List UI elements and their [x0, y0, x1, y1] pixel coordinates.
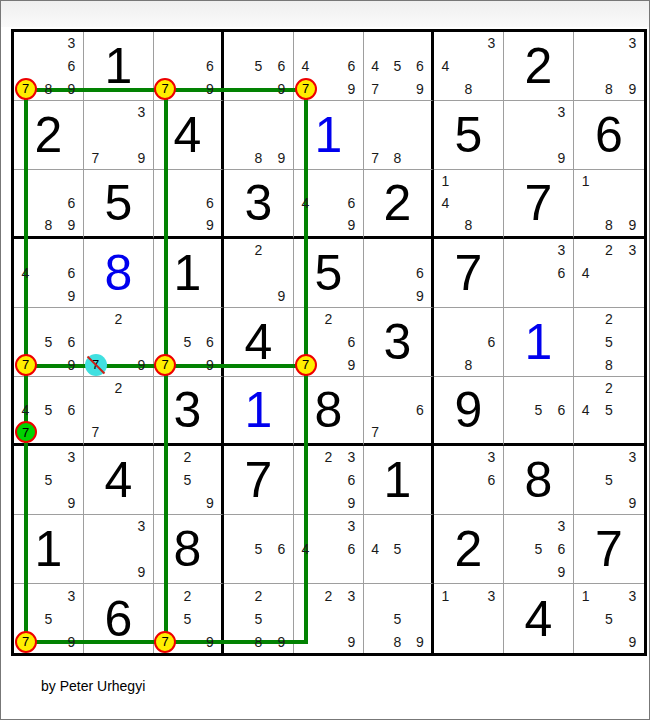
pencil-slot-empty — [270, 607, 293, 630]
candidate-digit: 6 — [550, 399, 573, 421]
cell-r4c8[interactable]: 36 — [504, 239, 574, 308]
pencil-slot-empty — [621, 353, 644, 376]
cell-r6c5[interactable]: 8 — [294, 377, 364, 446]
candidate-digit: 5 — [176, 469, 198, 492]
solved-digit: 8 — [504, 446, 573, 514]
pencilmark-grid: 69 — [364, 239, 431, 307]
cell-r2c1[interactable]: 2 — [14, 101, 84, 170]
pencil-slot-empty — [504, 421, 527, 443]
cell-r6c7[interactable]: 9 — [434, 377, 504, 446]
cell-r3c2[interactable]: 5 — [84, 170, 154, 239]
chain-node-r5c5: 7 — [295, 354, 317, 376]
solved-digit: 1 — [364, 446, 431, 514]
pencil-slot-empty — [480, 353, 503, 376]
pencilmark-grid: 469 — [294, 170, 363, 236]
pencil-slot-empty — [107, 331, 130, 354]
pencil-slot-empty — [457, 491, 480, 514]
pencil-slot-empty — [224, 630, 247, 653]
cell-r2c6[interactable]: 78 — [364, 101, 434, 170]
candidate-digit: 9 — [130, 353, 153, 376]
cell-r5c8[interactable]: 1 — [504, 308, 574, 377]
pencil-slot-empty — [176, 170, 198, 192]
candidate-digit: 9 — [270, 77, 293, 100]
pencil-slot-empty — [550, 421, 573, 443]
candidate-digit: 2 — [176, 584, 198, 607]
pencil-slot-empty — [364, 377, 386, 399]
candidate-digit: 9 — [409, 284, 431, 307]
pencil-slot-empty — [574, 308, 597, 331]
pencil-slot-empty — [457, 630, 480, 653]
pencilmark-grid: 2679 — [294, 308, 363, 376]
cell-r9c5[interactable]: 239 — [294, 584, 364, 653]
chain-node-r6c1: 7 — [15, 421, 37, 443]
pencilmark-grid: 36 — [434, 446, 503, 514]
pencil-slot-empty — [107, 146, 130, 169]
cell-r3c1[interactable]: 689 — [14, 170, 84, 239]
cell-r8c3[interactable]: 8 — [154, 515, 224, 584]
candidate-digit: 3 — [130, 515, 153, 538]
cell-r1c4[interactable]: 569 — [224, 32, 294, 101]
pencil-slot-empty — [176, 32, 198, 55]
cell-r1c3[interactable]: 679 — [154, 32, 224, 101]
cell-r6c8[interactable]: 56 — [504, 377, 574, 446]
candidate-digit: 4 — [434, 55, 457, 78]
candidate-digit: 5 — [597, 399, 620, 421]
pencil-slot-empty — [154, 446, 176, 469]
pencil-slot-empty — [527, 262, 550, 285]
cell-r1c5[interactable]: 4679 — [294, 32, 364, 101]
candidate-digit: 9 — [130, 146, 153, 169]
pencil-slot-empty — [14, 377, 37, 399]
cell-r1c6[interactable]: 45679 — [364, 32, 434, 101]
pencil-slot-empty — [317, 353, 340, 376]
candidate-digit: 9 — [199, 630, 221, 653]
cell-r3c9[interactable]: 189 — [574, 170, 644, 239]
pencil-slot-empty — [504, 538, 527, 561]
candidate-digit: 8 — [247, 146, 270, 169]
cell-r5c7[interactable]: 68 — [434, 308, 504, 377]
cell-r4c1[interactable]: 469 — [14, 239, 84, 308]
cell-r1c7[interactable]: 348 — [434, 32, 504, 101]
pencil-slot-empty — [247, 284, 270, 307]
cell-r4c6[interactable]: 69 — [364, 239, 434, 308]
cell-r6c4[interactable]: 1 — [224, 377, 294, 446]
candidate-digit: 4 — [364, 55, 386, 78]
cell-r8c5[interactable]: 346 — [294, 515, 364, 584]
cell-r5c5[interactable]: 2679 — [294, 308, 364, 377]
candidate-digit: 3 — [480, 446, 503, 469]
pencil-slot-empty — [574, 284, 597, 307]
pencil-slot-empty — [294, 308, 317, 331]
pencil-slot-empty — [130, 538, 153, 561]
pencil-slot-empty — [107, 538, 130, 561]
candidate-digit: 7 — [84, 421, 107, 443]
pencil-slot-empty — [107, 515, 130, 538]
cell-r5c1[interactable]: 5679 — [14, 308, 84, 377]
cell-r5c3[interactable]: 5679 — [154, 308, 224, 377]
pencil-slot-empty — [294, 32, 317, 55]
candidate-digit: 6 — [270, 538, 293, 561]
pencilmark-grid: 569 — [224, 32, 293, 100]
candidate-digit: 2 — [107, 377, 130, 399]
pencil-slot-empty — [504, 515, 527, 538]
pencilmark-grid: 68 — [434, 308, 503, 376]
cell-r6c9[interactable]: 245 — [574, 377, 644, 446]
pencil-slot-7: 7 — [14, 630, 37, 653]
cell-r8c9[interactable]: 7 — [574, 515, 644, 584]
cell-r4c2[interactable]: 8 — [84, 239, 154, 308]
pencil-slot-empty — [199, 170, 221, 192]
pencil-slot-empty — [504, 239, 527, 262]
candidate-digit: 5 — [247, 55, 270, 78]
pencil-slot-empty — [597, 170, 620, 192]
cell-r9c2[interactable]: 6 — [84, 584, 154, 653]
pencilmark-grid: 234 — [574, 239, 644, 307]
pencilmark-grid: 5679 — [14, 308, 83, 376]
cell-r7c8[interactable]: 8 — [504, 446, 574, 515]
pencil-slot-empty — [317, 630, 340, 653]
pencil-slot-empty — [154, 55, 176, 78]
pencil-slot-empty — [176, 214, 198, 236]
cell-r4c3[interactable]: 1 — [154, 239, 224, 308]
pencil-slot-empty — [457, 32, 480, 55]
pencilmark-grid: 379 — [84, 101, 153, 169]
cell-r7c7[interactable]: 36 — [434, 446, 504, 515]
pencil-slot-empty — [550, 377, 573, 399]
solved-digit: 7 — [224, 446, 293, 514]
candidate-digit: 2 — [597, 239, 620, 262]
pencil-slot-empty — [409, 560, 431, 583]
pencil-slot-empty — [364, 124, 386, 147]
cell-r1c8[interactable]: 2 — [504, 32, 574, 101]
pencil-slot-empty — [130, 331, 153, 354]
candidate-digit: 9 — [621, 630, 644, 653]
candidate-digit: 2 — [247, 584, 270, 607]
pencil-slot-empty — [621, 262, 644, 285]
candidate-digit: 9 — [409, 630, 431, 653]
pencilmark-grid: 1359 — [574, 584, 644, 653]
pencilmark-grid: 258 — [574, 308, 644, 376]
author-caption: by Peter Urhegyi — [41, 678, 145, 694]
candidate-digit: 5 — [37, 607, 60, 630]
solved-digit: 1 — [294, 101, 363, 169]
candidate-digit: 8 — [457, 214, 480, 236]
cell-r4c4[interactable]: 29 — [224, 239, 294, 308]
cell-r8c1[interactable]: 1 — [14, 515, 84, 584]
cell-r4c5[interactable]: 5 — [294, 239, 364, 308]
pencilmark-grid: 389 — [574, 32, 644, 100]
pencil-slot-empty — [60, 170, 83, 192]
pencil-slot-empty — [224, 560, 247, 583]
pencil-slot-empty — [317, 560, 340, 583]
candidate-digit: 6 — [550, 538, 573, 561]
pencil-slot-empty — [294, 515, 317, 538]
candidate-digit: 5 — [386, 607, 408, 630]
candidate-digit: 9 — [60, 491, 83, 514]
pencil-slot-empty — [247, 77, 270, 100]
pencil-slot-empty — [527, 421, 550, 443]
cell-r8c4[interactable]: 56 — [224, 515, 294, 584]
pencil-slot-empty — [457, 446, 480, 469]
cell-r8c2[interactable]: 39 — [84, 515, 154, 584]
pencil-slot-empty — [480, 55, 503, 78]
pencilmark-grid: 5679 — [154, 308, 221, 376]
solved-digit: 1 — [504, 308, 573, 376]
pencil-slot-empty — [550, 124, 573, 147]
pencil-slot-empty — [14, 32, 37, 55]
candidate-digit: 1 — [434, 584, 457, 607]
candidate-digit: 1 — [574, 584, 597, 607]
cell-r2c5[interactable]: 1 — [294, 101, 364, 170]
pencil-slot-empty — [621, 421, 644, 443]
cell-r7c4[interactable]: 7 — [224, 446, 294, 515]
candidate-digit: 7 — [364, 77, 386, 100]
solved-digit: 8 — [84, 239, 153, 307]
pencil-slot-empty — [224, 284, 247, 307]
candidate-digit: 3 — [130, 101, 153, 124]
pencil-slot-empty — [364, 284, 386, 307]
cell-r9c9[interactable]: 1359 — [574, 584, 644, 653]
pencil-slot-7: 7 — [154, 353, 176, 376]
pencil-slot-7: 7 — [154, 630, 176, 653]
pencilmark-grid: 36789 — [14, 32, 83, 100]
pencil-slot-empty — [37, 262, 60, 285]
cell-r7c6[interactable]: 1 — [364, 446, 434, 515]
cell-r6c1[interactable]: 4567 — [14, 377, 84, 446]
solved-digit: 3 — [224, 170, 293, 236]
pencil-slot-empty — [14, 446, 37, 469]
cell-r4c9[interactable]: 234 — [574, 239, 644, 308]
pencil-slot-empty — [130, 308, 153, 331]
pencilmark-grid: 189 — [574, 170, 644, 236]
pencil-slot-empty — [409, 421, 431, 443]
cell-r3c3[interactable]: 69 — [154, 170, 224, 239]
pencil-slot-empty — [317, 55, 340, 78]
cell-r2c7[interactable]: 5 — [434, 101, 504, 170]
pencil-slot-empty — [199, 32, 221, 55]
pencil-slot-empty — [37, 630, 60, 653]
pencilmark-grid: 29 — [224, 239, 293, 307]
candidate-digit: 7 — [84, 146, 107, 169]
pencil-slot-empty — [154, 331, 176, 354]
pencil-slot-empty — [597, 32, 620, 55]
pencil-slot-empty — [224, 515, 247, 538]
candidate-digit: 9 — [130, 560, 153, 583]
candidate-digit: 3 — [340, 584, 363, 607]
candidate-digit: 1 — [434, 170, 457, 192]
solved-digit: 9 — [434, 377, 503, 443]
cell-r8c6[interactable]: 45 — [364, 515, 434, 584]
pencil-slot-empty — [247, 560, 270, 583]
pencil-slot-empty — [434, 607, 457, 630]
pencil-slot-empty — [317, 214, 340, 236]
pencil-slot-empty — [60, 469, 83, 492]
candidate-digit: 6 — [550, 262, 573, 285]
pencil-slot-empty — [14, 331, 37, 354]
pencil-slot-empty — [434, 331, 457, 354]
pencilmark-grid: 27 — [84, 377, 153, 443]
candidate-digit: 2 — [597, 308, 620, 331]
pencil-slot-empty — [386, 262, 408, 285]
pencil-slot-empty — [434, 491, 457, 514]
cell-r3c4[interactable]: 3 — [224, 170, 294, 239]
cell-r6c6[interactable]: 67 — [364, 377, 434, 446]
candidate-digit: 9 — [340, 77, 363, 100]
solved-digit: 3 — [364, 308, 431, 376]
candidate-digit: 5 — [37, 399, 60, 421]
candidate-digit: 9 — [621, 77, 644, 100]
pencil-slot-empty — [154, 607, 176, 630]
pencil-slot-empty — [597, 630, 620, 653]
pencilmark-grid: 346 — [294, 515, 363, 583]
pencil-slot-empty — [621, 55, 644, 78]
pencil-slot-empty — [107, 421, 130, 443]
pencilmark-grid: 67 — [364, 377, 431, 443]
pencil-slot-empty — [364, 607, 386, 630]
cell-r1c9[interactable]: 389 — [574, 32, 644, 101]
cell-r3c5[interactable]: 469 — [294, 170, 364, 239]
solved-digit: 1 — [154, 239, 221, 307]
cell-r4c7[interactable]: 7 — [434, 239, 504, 308]
cell-r2c4[interactable]: 89 — [224, 101, 294, 170]
pencil-slot-empty — [294, 491, 317, 514]
candidate-digit: 5 — [176, 607, 198, 630]
cell-r8c8[interactable]: 3569 — [504, 515, 574, 584]
cell-r2c8[interactable]: 39 — [504, 101, 574, 170]
cell-r9c6[interactable]: 589 — [364, 584, 434, 653]
cell-r8c7[interactable]: 2 — [434, 515, 504, 584]
candidate-digit: 3 — [621, 446, 644, 469]
cell-r2c3[interactable]: 4 — [154, 101, 224, 170]
pencil-slot-empty — [364, 101, 386, 124]
pencil-slot-empty — [224, 124, 247, 147]
cell-r5c2[interactable]: 279 — [84, 308, 154, 377]
pencil-slot-empty — [597, 584, 620, 607]
candidate-digit: 4 — [574, 399, 597, 421]
cell-r1c2[interactable]: 1 — [84, 32, 154, 101]
pencil-slot-empty — [364, 239, 386, 262]
pencilmark-grid: 39 — [84, 515, 153, 583]
pencil-slot-empty — [574, 192, 597, 214]
cell-r6c2[interactable]: 27 — [84, 377, 154, 446]
pencil-slot-empty — [14, 284, 37, 307]
candidate-digit: 5 — [37, 469, 60, 492]
sudoku-page: 3678916795694679456793482389237948917853… — [0, 0, 650, 720]
cell-r3c7[interactable]: 148 — [434, 170, 504, 239]
pencil-slot-empty — [340, 607, 363, 630]
candidate-digit: 2 — [597, 377, 620, 399]
cell-r7c3[interactable]: 259 — [154, 446, 224, 515]
pencil-slot-empty — [340, 170, 363, 192]
pencil-slot-empty — [107, 101, 130, 124]
pencil-slot-empty — [457, 584, 480, 607]
candidate-digit: 6 — [199, 55, 221, 78]
pencil-slot-empty — [621, 284, 644, 307]
candidate-digit: 6 — [340, 469, 363, 492]
chain-node-r9c1: 7 — [15, 631, 37, 653]
candidate-digit: 8 — [597, 214, 620, 236]
pencil-slot-empty — [37, 192, 60, 214]
pencil-slot-empty — [480, 308, 503, 331]
pencil-slot-empty — [597, 284, 620, 307]
pencil-slot-empty — [130, 377, 153, 399]
cell-r2c2[interactable]: 379 — [84, 101, 154, 170]
cell-r7c9[interactable]: 359 — [574, 446, 644, 515]
candidate-digit: 2 — [107, 308, 130, 331]
cell-r2c9[interactable]: 6 — [574, 101, 644, 170]
pencil-slot-empty — [14, 55, 37, 78]
pencil-slot-empty — [199, 308, 221, 331]
pencil-slot-empty — [364, 584, 386, 607]
candidate-digit: 6 — [409, 399, 431, 421]
pencil-slot-empty — [14, 491, 37, 514]
pencil-slot-empty — [154, 170, 176, 192]
pencil-slot-empty — [130, 399, 153, 421]
cell-r9c1[interactable]: 3579 — [14, 584, 84, 653]
pencil-slot-empty — [60, 607, 83, 630]
pencil-slot-empty — [409, 146, 431, 169]
pencil-slot-empty — [527, 560, 550, 583]
cell-r6c3[interactable]: 3 — [154, 377, 224, 446]
candidate-digit: 5 — [386, 538, 408, 561]
pencil-slot-empty — [84, 124, 107, 147]
pencil-slot-empty — [270, 101, 293, 124]
solved-digit: 2 — [14, 101, 83, 169]
pencil-slot-empty — [621, 377, 644, 399]
pencil-slot-empty — [176, 308, 198, 331]
pencil-slot-empty — [84, 560, 107, 583]
candidate-digit: 5 — [247, 607, 270, 630]
candidate-digit: 8 — [457, 353, 480, 376]
pencil-slot-empty — [84, 399, 107, 421]
pencil-slot-empty — [224, 584, 247, 607]
cell-r3c8[interactable]: 7 — [504, 170, 574, 239]
cell-r9c7[interactable]: 13 — [434, 584, 504, 653]
pencil-slot-empty — [176, 353, 198, 376]
cell-r5c9[interactable]: 258 — [574, 308, 644, 377]
pencil-slot-empty — [504, 124, 527, 147]
cell-r9c4[interactable]: 2589 — [224, 584, 294, 653]
cell-r3c6[interactable]: 2 — [364, 170, 434, 239]
pencil-slot-empty — [457, 308, 480, 331]
candidate-digit: 4 — [14, 262, 37, 285]
candidate-digit: 9 — [340, 491, 363, 514]
pencil-slot-empty — [480, 214, 503, 236]
candidate-digit: 3 — [550, 239, 573, 262]
pencil-slot-empty — [270, 584, 293, 607]
cell-r1c1[interactable]: 36789 — [14, 32, 84, 101]
pencil-slot-empty — [247, 32, 270, 55]
cell-r7c2[interactable]: 4 — [84, 446, 154, 515]
cell-r7c5[interactable]: 2369 — [294, 446, 364, 515]
pencil-slot-empty — [199, 469, 221, 492]
candidate-digit: 2 — [317, 308, 340, 331]
candidate-digit: 6 — [409, 262, 431, 285]
cell-r9c8[interactable]: 4 — [504, 584, 574, 653]
candidate-digit: 4 — [294, 538, 317, 561]
pencil-slot-empty — [386, 560, 408, 583]
pencil-slot-empty — [480, 491, 503, 514]
cell-r9c3[interactable]: 2579 — [154, 584, 224, 653]
pencilmark-grid: 89 — [224, 101, 293, 169]
candidate-digit: 9 — [60, 353, 83, 376]
cell-r7c1[interactable]: 359 — [14, 446, 84, 515]
pencil-slot-empty — [199, 446, 221, 469]
cell-r5c4[interactable]: 4 — [224, 308, 294, 377]
cell-r5c6[interactable]: 3 — [364, 308, 434, 377]
pencil-slot-empty — [574, 377, 597, 399]
candidate-digit: 6 — [270, 55, 293, 78]
